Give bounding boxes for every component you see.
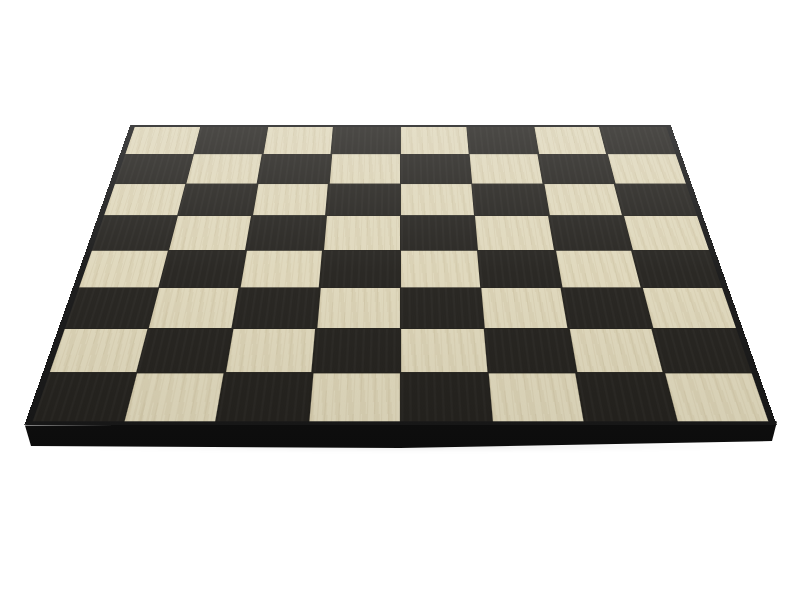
square-c4 [240,251,322,288]
square-b2 [137,329,231,373]
square-a2 [49,329,146,373]
square-g3 [562,288,651,328]
square-h3 [642,288,735,328]
square-d1 [309,373,399,421]
square-d7 [329,155,399,184]
square-e3 [401,288,483,328]
square-c8 [263,127,333,154]
square-c2 [225,329,315,373]
square-b6 [178,184,256,215]
square-f2 [485,329,575,373]
square-e6 [401,184,474,215]
square-e4 [401,251,480,288]
square-d6 [326,184,399,215]
square-b4 [159,251,244,288]
square-d2 [313,329,399,373]
square-d5 [324,216,400,250]
square-f7 [470,155,543,184]
square-g7 [539,155,614,184]
square-a7 [115,155,193,184]
square-b3 [149,288,238,328]
square-b8 [194,127,266,154]
chess-board [24,125,776,425]
square-a4 [79,251,167,288]
square-c7 [258,155,331,184]
square-b7 [186,155,261,184]
square-g8 [534,127,606,154]
board-frame [24,125,776,425]
square-f1 [489,373,583,421]
square-b1 [125,373,224,421]
square-f6 [472,184,547,215]
square-g6 [544,184,622,215]
square-c1 [217,373,311,421]
square-g4 [555,251,640,288]
square-e8 [401,127,469,154]
square-a5 [92,216,176,250]
square-h8 [600,127,675,154]
square-h2 [653,329,750,373]
square-c3 [233,288,319,328]
square-e1 [401,373,491,421]
square-d8 [332,127,400,154]
square-c5 [246,216,325,250]
square-g2 [569,329,663,373]
square-h4 [633,251,721,288]
square-f3 [481,288,567,328]
square-a3 [65,288,158,328]
square-a6 [104,184,185,215]
square-h1 [665,373,768,421]
square-f5 [475,216,554,250]
square-e2 [401,329,487,373]
square-a1 [33,373,136,421]
square-f8 [467,127,537,154]
square-f4 [478,251,560,288]
square-h5 [624,216,708,250]
square-g1 [577,373,676,421]
square-e7 [401,155,471,184]
square-d3 [317,288,399,328]
square-g5 [549,216,631,250]
square-h6 [615,184,696,215]
board-grid [33,127,768,421]
product-photo [0,0,800,600]
square-e5 [401,216,477,250]
square-c6 [252,184,327,215]
square-b5 [169,216,251,250]
square-a8 [125,127,200,154]
square-h7 [608,155,686,184]
square-d4 [320,251,399,288]
